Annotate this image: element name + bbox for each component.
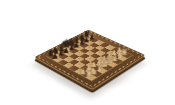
product-photo: ♜♟♟♜♞♟♟♞♝♟♟♝♛♟♟♛♚♟♟♚♝♟♟♝♞♟♟♞♜♟♟♜ — [0, 0, 175, 105]
board-square — [79, 53, 90, 59]
